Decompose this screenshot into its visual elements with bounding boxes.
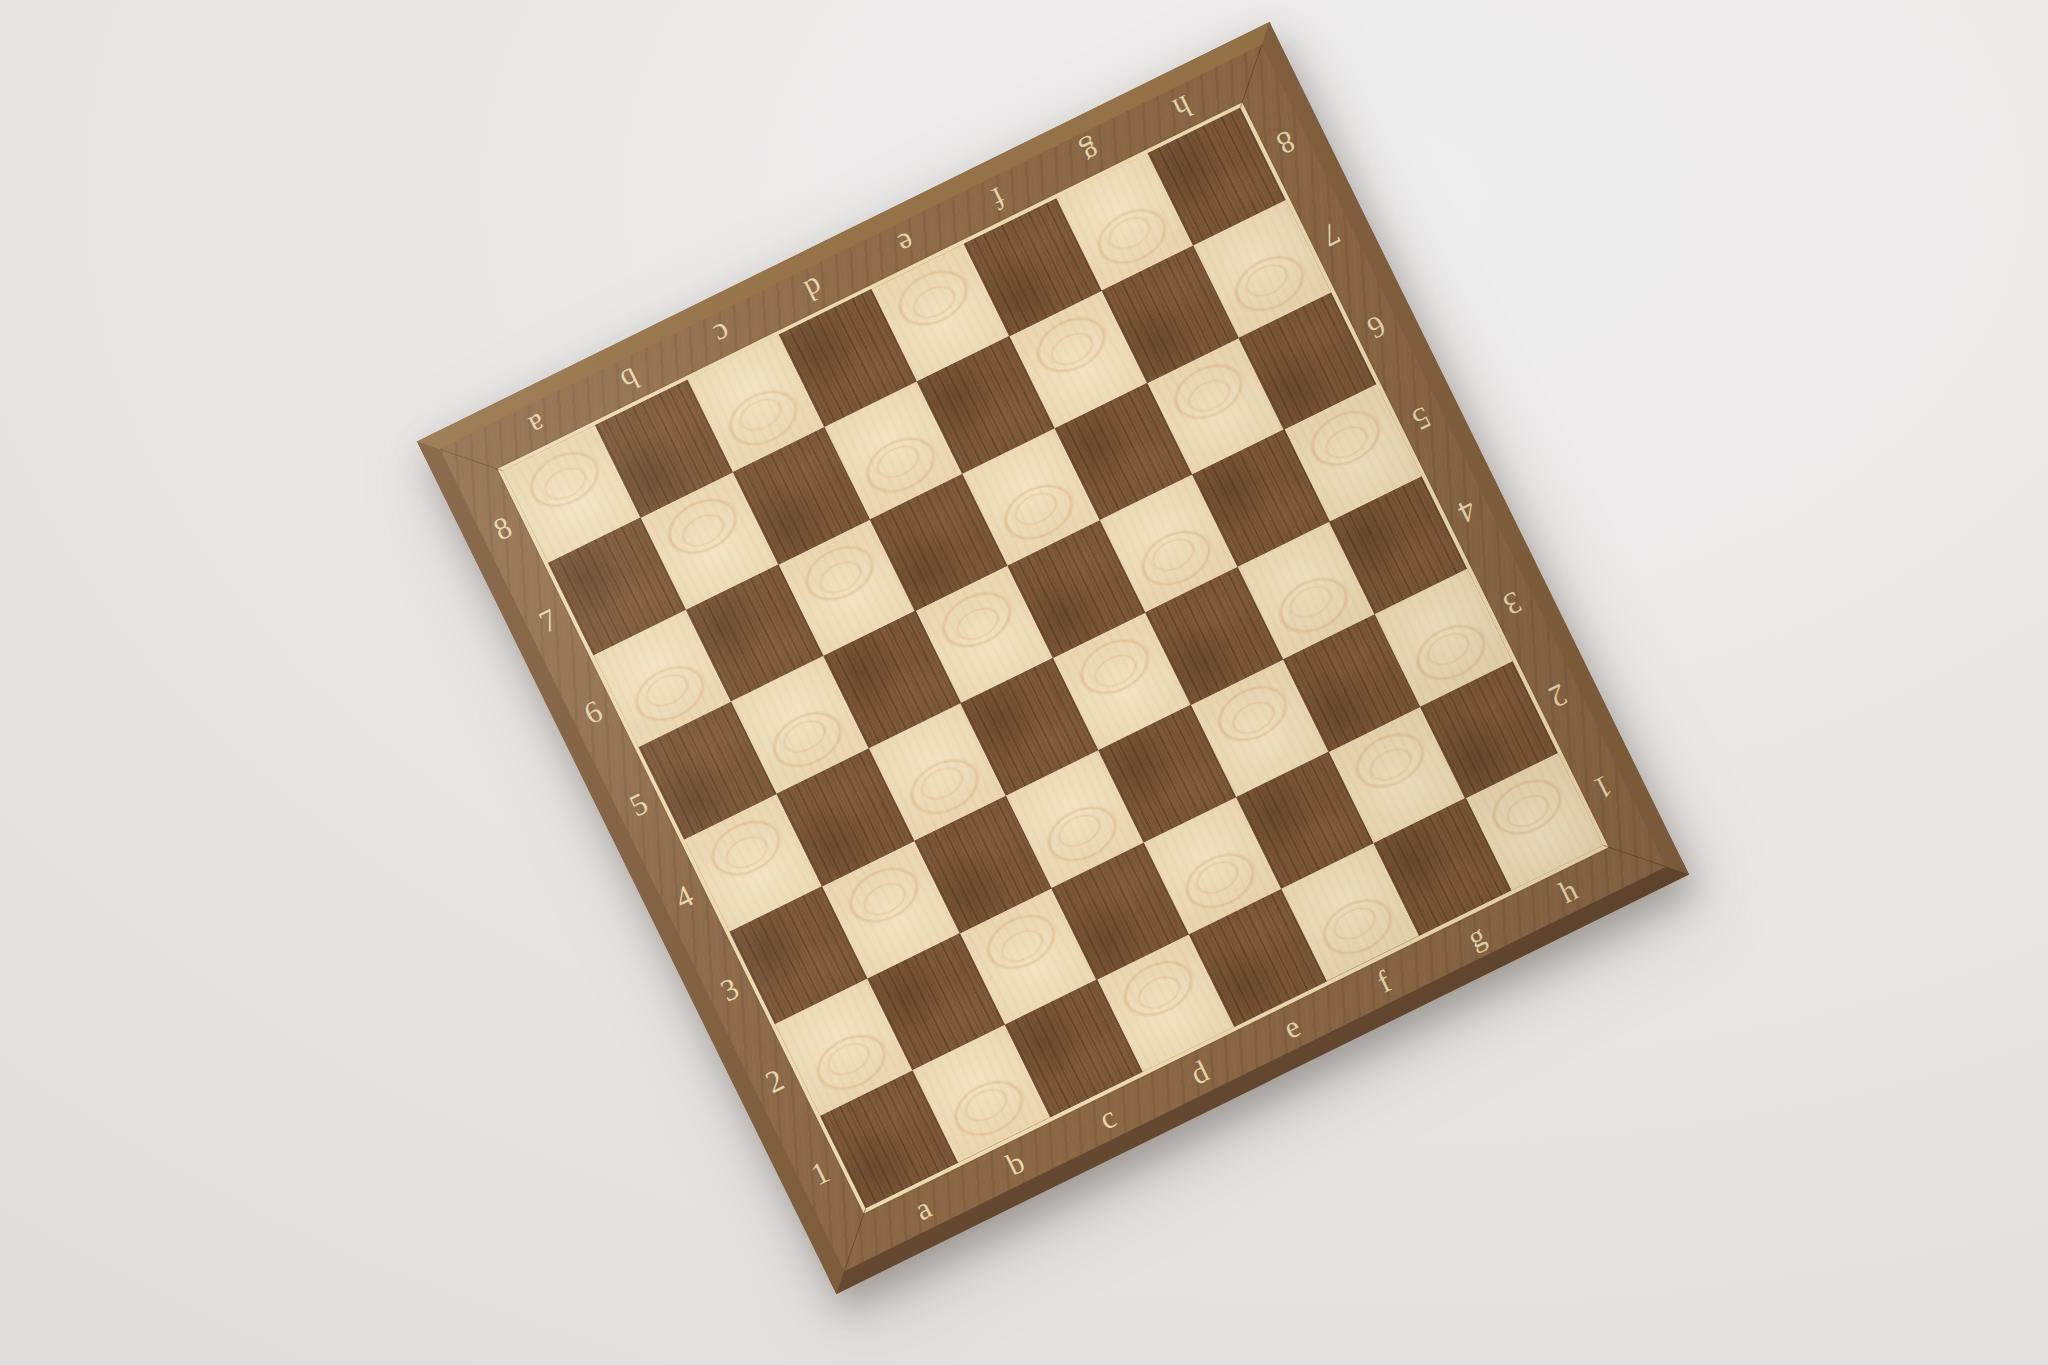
frame-miter-seam xyxy=(440,429,503,492)
chess-board: abcdefgh abcdefgh 87654321 87654321 xyxy=(417,22,1689,1294)
frame-miter-seam xyxy=(1220,45,1283,108)
board-playfield xyxy=(497,102,1608,1213)
frame-miter-seam xyxy=(824,1208,887,1271)
photo-backdrop: abcdefgh abcdefgh 87654321 87654321 xyxy=(0,0,2048,1365)
board-grid xyxy=(503,108,1603,1208)
frame-miter-seam xyxy=(1603,825,1666,888)
